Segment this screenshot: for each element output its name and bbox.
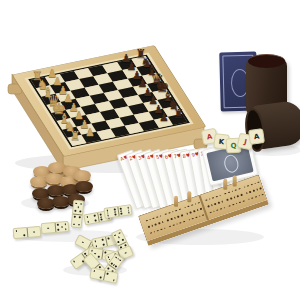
cribbage-hole bbox=[238, 188, 240, 190]
cribbage-hole bbox=[164, 227, 166, 229]
cribbage-hole bbox=[149, 218, 151, 220]
domino-pip bbox=[74, 216, 76, 218]
cribbage-hole bbox=[230, 197, 232, 199]
domino-half bbox=[118, 205, 132, 216]
domino-pip bbox=[82, 241, 84, 243]
die-face-label: A bbox=[253, 132, 259, 141]
cribbage-hole bbox=[146, 220, 148, 222]
domino-pip bbox=[74, 210, 76, 212]
cribbage-hole bbox=[200, 208, 202, 210]
cribbage-hole bbox=[153, 231, 155, 233]
domino-half bbox=[72, 214, 82, 227]
cribbage-hole bbox=[148, 226, 150, 228]
die-face-label: A bbox=[206, 132, 213, 141]
cribbage-hole bbox=[191, 204, 193, 206]
cribbage-hole bbox=[198, 201, 200, 203]
cribbage-hole bbox=[254, 182, 256, 184]
domino-pip bbox=[128, 212, 130, 214]
cribbage-hole bbox=[219, 194, 221, 196]
domino-pip bbox=[86, 216, 88, 218]
domino-pip bbox=[61, 226, 63, 228]
cribbage-hole bbox=[179, 208, 181, 210]
cribbage-hole bbox=[176, 223, 178, 225]
cribbage-hole bbox=[167, 219, 169, 221]
cribbage-hole bbox=[209, 198, 211, 200]
cribbage-hole bbox=[199, 215, 201, 217]
die-face-label: Q bbox=[230, 141, 236, 149]
cribbage-hole bbox=[172, 211, 174, 213]
domino-pip bbox=[73, 260, 76, 263]
cribbage-hole bbox=[209, 211, 211, 213]
cribbage-hole bbox=[160, 228, 162, 230]
domino-half bbox=[27, 227, 40, 237]
domino-pip bbox=[94, 240, 96, 242]
cribbage-hole bbox=[190, 211, 192, 213]
cribbage-hole bbox=[216, 195, 218, 197]
domino-pip bbox=[87, 221, 89, 223]
cribbage-hole bbox=[170, 218, 172, 220]
cribbage-hole bbox=[247, 185, 249, 187]
cribbage-hole bbox=[202, 214, 204, 216]
domino-pip bbox=[120, 213, 122, 215]
die-face-label: K bbox=[218, 137, 224, 146]
domino-pip bbox=[64, 223, 66, 225]
cribbage-hole bbox=[165, 213, 167, 215]
domino-pip bbox=[119, 259, 122, 262]
domino-pip bbox=[57, 229, 59, 231]
checker-piece-dark bbox=[75, 181, 93, 192]
cribbage-hole bbox=[235, 189, 237, 191]
cribbage-hole bbox=[212, 197, 214, 199]
cribbage-hole bbox=[214, 203, 216, 205]
domino-pip bbox=[65, 228, 67, 230]
domino-pip bbox=[99, 266, 102, 269]
domino-half bbox=[14, 228, 28, 238]
cribbage-hole bbox=[232, 203, 234, 205]
domino-pip bbox=[114, 214, 116, 216]
cribbage-hole bbox=[223, 206, 225, 208]
cribbage-hole bbox=[253, 190, 255, 192]
cribbage-peg bbox=[174, 196, 178, 207]
checker-piece-light bbox=[73, 170, 91, 181]
domino-pip bbox=[94, 253, 96, 255]
cribbage-hole bbox=[151, 224, 153, 226]
domino-pip bbox=[101, 238, 103, 240]
cribbage-hole bbox=[207, 205, 209, 207]
cribbage-hole bbox=[233, 196, 235, 198]
cribbage-hole bbox=[150, 232, 152, 234]
cribbage-hole bbox=[157, 229, 159, 231]
domino-pip bbox=[98, 256, 100, 258]
cribbage-hole bbox=[251, 183, 253, 185]
die-face-label: J bbox=[243, 137, 247, 145]
domino-pip bbox=[93, 270, 95, 272]
domino-pip bbox=[73, 223, 75, 225]
cribbage-hole bbox=[175, 209, 177, 211]
cribbage-hole bbox=[258, 194, 260, 196]
cribbage-hole bbox=[236, 202, 238, 204]
cribbage-hole bbox=[187, 205, 189, 207]
cribbage-hole bbox=[221, 200, 223, 202]
cribbage-hole bbox=[193, 210, 195, 212]
cribbage-hole bbox=[205, 199, 207, 201]
domino-half bbox=[104, 271, 118, 282]
cribbage-hole bbox=[153, 217, 155, 219]
domino-pip bbox=[94, 214, 96, 216]
cribbage-hole bbox=[197, 209, 199, 211]
cribbage-hole bbox=[188, 219, 190, 221]
cribbage-hole bbox=[255, 196, 257, 198]
cribbage-hole bbox=[155, 223, 157, 225]
cribbage-hole bbox=[239, 201, 241, 203]
domino-pip bbox=[47, 227, 49, 229]
domino-half bbox=[42, 223, 56, 233]
cribbage-hole bbox=[240, 194, 242, 196]
product-photo-scene: ♜♞♝♛♚♝♞♜♟♟♟♟♟♟♟♟♟♟♟♟♟♟♟♟♜♞♝♛♚♝♞♜ A♥2♥3♥4… bbox=[0, 0, 300, 300]
domino-pip bbox=[15, 230, 17, 232]
cribbage-hole bbox=[229, 205, 231, 207]
domino-pip bbox=[118, 236, 120, 238]
domino-pip bbox=[80, 203, 82, 205]
cribbage-hole bbox=[158, 222, 160, 224]
domino-pip bbox=[79, 216, 81, 218]
cribbage-hole bbox=[226, 199, 228, 201]
domino-pip bbox=[78, 224, 80, 226]
cribbage-hole bbox=[216, 209, 218, 211]
cribbage-hole bbox=[162, 221, 164, 223]
cribbage-hole bbox=[243, 200, 245, 202]
cribbage-hole bbox=[224, 192, 226, 194]
domino-pip bbox=[107, 237, 109, 239]
cribbage-hole bbox=[181, 214, 183, 216]
domino-pip bbox=[75, 202, 77, 204]
cribbage-hole bbox=[244, 186, 246, 188]
domino-pip bbox=[94, 220, 96, 222]
domino-half bbox=[55, 222, 68, 232]
domino-pip bbox=[114, 234, 116, 236]
cribbage-hole bbox=[192, 217, 194, 219]
cribbage-peg bbox=[187, 191, 191, 202]
cribbage-hole bbox=[249, 191, 251, 193]
poker-die: A bbox=[248, 128, 265, 145]
domino-pip bbox=[79, 210, 81, 212]
domino-pip bbox=[119, 232, 121, 234]
cribbage-hole bbox=[160, 215, 162, 217]
cribbage-hole bbox=[246, 192, 248, 194]
domino-pip bbox=[91, 249, 93, 251]
chess-squares-grid bbox=[28, 55, 190, 148]
domino-pip bbox=[122, 238, 124, 240]
domino-pip bbox=[103, 244, 105, 246]
cribbage-hole bbox=[251, 197, 253, 199]
domino-pip bbox=[115, 265, 118, 268]
domino-pip bbox=[23, 234, 25, 236]
cribbage-hole bbox=[218, 202, 220, 204]
cribbage-hole bbox=[260, 187, 262, 189]
cribbage-hole bbox=[248, 198, 250, 200]
cribbage-hole bbox=[220, 208, 222, 210]
cribbage-hole bbox=[174, 217, 176, 219]
cribbage-hole bbox=[179, 222, 181, 224]
domino-pip bbox=[113, 279, 115, 281]
cribbage-hole bbox=[183, 220, 185, 222]
cribbage-hole bbox=[211, 204, 213, 206]
domino-pip bbox=[107, 215, 109, 217]
domino-pip bbox=[77, 206, 79, 208]
domino-pip bbox=[104, 251, 106, 253]
cribbage-hole bbox=[213, 210, 215, 212]
domino-pip bbox=[117, 241, 119, 243]
cribbage-hole bbox=[156, 216, 158, 218]
domino-pip bbox=[100, 219, 102, 221]
domino-half bbox=[105, 207, 120, 218]
dice-cup-opening bbox=[248, 54, 285, 68]
cribbage-peg bbox=[233, 176, 237, 187]
cribbage-hole bbox=[262, 193, 264, 195]
cribbage-hole bbox=[173, 224, 175, 226]
cribbage-hole bbox=[231, 190, 233, 192]
cribbage-hole bbox=[177, 215, 179, 217]
domino-half bbox=[73, 201, 83, 215]
cribbage-peg bbox=[223, 179, 227, 190]
cribbage-hole bbox=[169, 225, 171, 227]
cribbage-hole bbox=[256, 188, 258, 190]
cribbage-hole bbox=[194, 203, 196, 205]
cribbage-hole bbox=[168, 212, 170, 214]
domino-pip bbox=[99, 276, 101, 278]
cribbage-hole bbox=[184, 206, 186, 208]
domino-pip bbox=[124, 252, 126, 254]
cribbage-hole bbox=[195, 216, 197, 218]
cribbage-hole bbox=[237, 195, 239, 197]
domino-pip bbox=[57, 224, 59, 226]
cribbage-hole bbox=[186, 212, 188, 214]
cribbage-hole bbox=[228, 191, 230, 193]
cribbage-hole bbox=[258, 181, 260, 183]
domino-pip bbox=[33, 231, 35, 233]
domino-pip bbox=[106, 272, 108, 274]
domino-pip bbox=[107, 267, 110, 270]
